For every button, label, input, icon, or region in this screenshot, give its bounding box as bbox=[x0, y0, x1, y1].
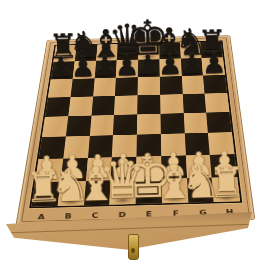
square-d4[interactable] bbox=[113, 114, 137, 135]
square-a6[interactable] bbox=[48, 79, 73, 98]
file-label-b: B bbox=[54, 210, 82, 222]
square-h1[interactable]: ♜ bbox=[212, 177, 240, 202]
square-d6[interactable] bbox=[115, 77, 138, 96]
square-a5[interactable] bbox=[45, 97, 70, 117]
square-a1[interactable]: ♜ bbox=[31, 181, 60, 206]
square-c6[interactable] bbox=[93, 78, 116, 97]
square-e5[interactable] bbox=[137, 95, 160, 115]
square-h5[interactable] bbox=[205, 93, 230, 113]
square-a4[interactable] bbox=[42, 116, 68, 137]
board-frame: ♜♞♝♛♚♝♞♜♟♟♟♟♟♟♟♟♟♟♟♟♟♟♟♟♜♞♝♛♚♝♞♜ ABCDEFG… bbox=[15, 35, 255, 226]
square-g7[interactable]: ♟ bbox=[181, 58, 204, 76]
file-label-a: A bbox=[27, 211, 56, 223]
square-g5[interactable] bbox=[182, 93, 206, 113]
square-e4[interactable] bbox=[137, 114, 161, 135]
white-rook[interactable]: ♜ bbox=[25, 167, 63, 209]
chess-set-photo: ♜♞♝♛♚♝♞♜♟♟♟♟♟♟♟♟♟♟♟♟♟♟♟♟♜♞♝♛♚♝♞♜ ABCDEFG… bbox=[0, 0, 265, 265]
square-b6[interactable] bbox=[70, 78, 94, 97]
clasp-hole bbox=[131, 248, 135, 253]
square-b5[interactable] bbox=[68, 96, 93, 116]
square-b4[interactable] bbox=[66, 116, 91, 137]
square-h6[interactable] bbox=[203, 75, 227, 94]
square-c5[interactable] bbox=[91, 96, 115, 116]
square-h7[interactable]: ♟ bbox=[202, 58, 225, 76]
square-e7[interactable]: ♟ bbox=[138, 59, 160, 77]
square-f6[interactable] bbox=[160, 76, 183, 95]
white-rook[interactable]: ♜ bbox=[208, 162, 246, 204]
square-g4[interactable] bbox=[183, 113, 208, 134]
square-d5[interactable] bbox=[114, 95, 137, 115]
square-f4[interactable] bbox=[160, 113, 184, 134]
brass-clasp-icon bbox=[128, 234, 139, 260]
square-f5[interactable] bbox=[160, 94, 183, 114]
square-c4[interactable] bbox=[89, 115, 114, 136]
square-g6[interactable] bbox=[181, 75, 204, 94]
black-pawn[interactable]: ♟ bbox=[201, 49, 227, 77]
square-h4[interactable] bbox=[206, 112, 231, 133]
board-squares: ♜♞♝♛♚♝♞♜♟♟♟♟♟♟♟♟♟♟♟♟♟♟♟♟♜♞♝♛♚♝♞♜ bbox=[29, 40, 242, 208]
square-e6[interactable] bbox=[138, 76, 160, 95]
box-seam bbox=[11, 224, 250, 233]
square-f7[interactable]: ♟ bbox=[159, 59, 181, 77]
